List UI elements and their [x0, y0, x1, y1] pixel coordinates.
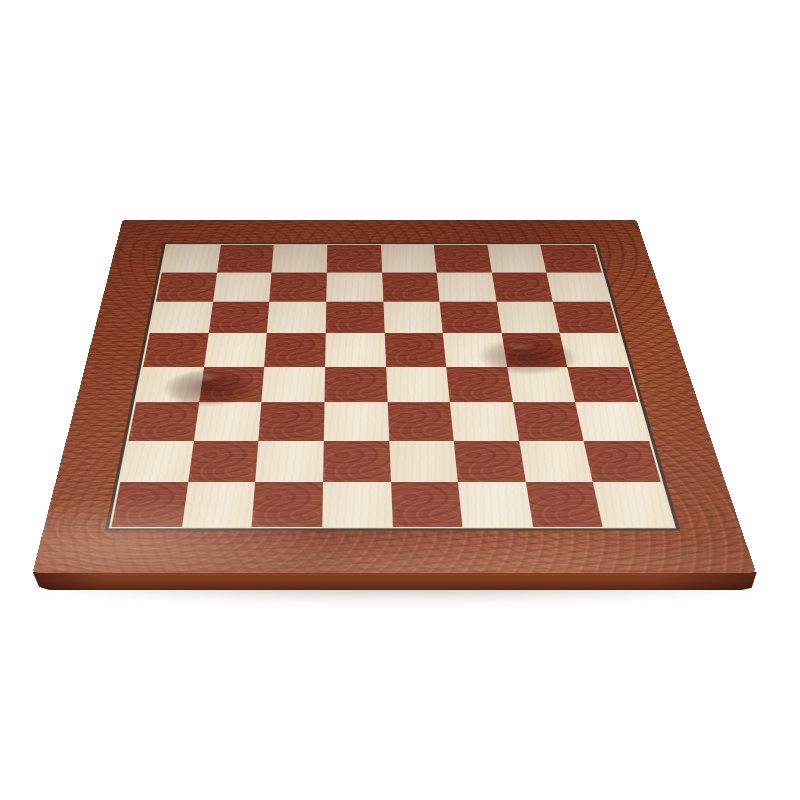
square-g8[interactable] [487, 245, 546, 273]
photo-scene [0, 0, 800, 800]
square-e7[interactable] [382, 272, 440, 301]
square-a4[interactable] [136, 367, 204, 403]
frame-pinstripe-inlay [105, 243, 680, 531]
square-g7[interactable] [492, 272, 553, 301]
square-g6[interactable] [496, 302, 560, 333]
square-b6[interactable] [208, 302, 269, 333]
square-b7[interactable] [213, 272, 272, 301]
square-a7[interactable] [156, 272, 217, 301]
square-c6[interactable] [267, 302, 326, 333]
square-h8[interactable] [541, 245, 602, 273]
square-d5[interactable] [325, 333, 386, 366]
square-a3[interactable] [128, 402, 198, 440]
square-f1[interactable] [458, 482, 533, 527]
square-h6[interactable] [553, 302, 619, 333]
frame-light-inlay [109, 244, 676, 528]
square-c3[interactable] [259, 402, 325, 440]
square-e4[interactable] [386, 367, 450, 403]
square-c2[interactable] [255, 441, 323, 482]
square-d3[interactable] [324, 402, 389, 440]
square-f8[interactable] [434, 245, 492, 273]
square-d4[interactable] [324, 367, 387, 403]
square-d8[interactable] [327, 245, 382, 273]
square-g4[interactable] [507, 367, 576, 403]
board-side-edge [33, 572, 758, 590]
square-f7[interactable] [437, 272, 497, 301]
square-a6[interactable] [150, 302, 213, 333]
square-h4[interactable] [568, 367, 639, 403]
square-h3[interactable] [575, 402, 649, 440]
square-b1[interactable] [182, 482, 256, 527]
square-g5[interactable] [501, 333, 567, 366]
square-e1[interactable] [390, 482, 462, 527]
square-b4[interactable] [199, 367, 265, 403]
square-d2[interactable] [323, 441, 391, 482]
square-c7[interactable] [269, 272, 326, 301]
chessboard-frame [32, 220, 756, 573]
square-c5[interactable] [264, 333, 325, 366]
square-b2[interactable] [188, 441, 259, 482]
square-h5[interactable] [560, 333, 628, 366]
square-d6[interactable] [326, 302, 385, 333]
square-g3[interactable] [513, 402, 584, 440]
square-a5[interactable] [143, 333, 208, 366]
square-e8[interactable] [381, 245, 437, 273]
square-e6[interactable] [383, 302, 443, 333]
square-b5[interactable] [204, 333, 267, 366]
square-g1[interactable] [526, 482, 603, 527]
square-e3[interactable] [387, 402, 454, 440]
square-a2[interactable] [120, 441, 193, 482]
square-c1[interactable] [252, 482, 323, 527]
square-h2[interactable] [584, 441, 661, 482]
square-e2[interactable] [389, 441, 458, 482]
square-d1[interactable] [322, 482, 392, 527]
square-e5[interactable] [384, 333, 446, 366]
square-c8[interactable] [272, 245, 327, 273]
square-b8[interactable] [217, 245, 274, 273]
square-c4[interactable] [262, 367, 325, 403]
square-d7[interactable] [326, 272, 383, 301]
square-b3[interactable] [194, 402, 262, 440]
square-g2[interactable] [519, 441, 593, 482]
square-f6[interactable] [440, 302, 502, 333]
square-a8[interactable] [162, 245, 221, 273]
perspective-wrapper [0, 0, 800, 800]
square-h7[interactable] [547, 272, 610, 301]
square-h1[interactable] [593, 482, 673, 527]
square-f2[interactable] [454, 441, 526, 482]
square-f3[interactable] [450, 402, 519, 440]
square-f4[interactable] [446, 367, 512, 403]
square-a1[interactable] [111, 482, 187, 527]
board-grid [111, 245, 673, 527]
square-f5[interactable] [443, 333, 507, 366]
